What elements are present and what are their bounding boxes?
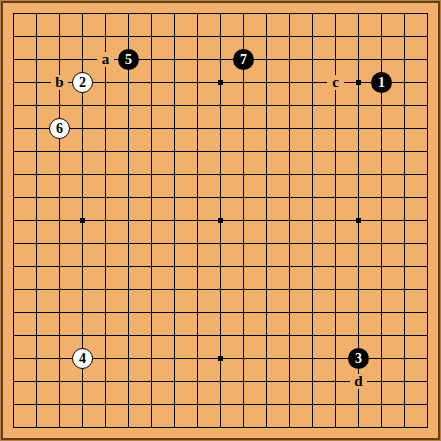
label-c: c xyxy=(327,75,344,90)
star-point xyxy=(80,218,85,223)
stone-white-4: 4 xyxy=(72,348,93,369)
star-point xyxy=(218,218,223,223)
label-a: a xyxy=(97,52,114,67)
label-b: b xyxy=(51,75,68,90)
star-point xyxy=(218,356,223,361)
stone-black-1: 1 xyxy=(371,72,392,93)
stone-white-6: 6 xyxy=(49,118,70,139)
stone-white-2: 2 xyxy=(72,72,93,93)
go-board-frame: 1234567abcd xyxy=(0,0,441,441)
star-point xyxy=(356,80,361,85)
go-board: 1234567abcd xyxy=(1,1,440,440)
star-point xyxy=(356,218,361,223)
label-d: d xyxy=(350,374,367,389)
stone-black-7: 7 xyxy=(233,49,254,70)
stone-black-3: 3 xyxy=(348,348,369,369)
star-point xyxy=(218,80,223,85)
stone-black-5: 5 xyxy=(118,49,139,70)
